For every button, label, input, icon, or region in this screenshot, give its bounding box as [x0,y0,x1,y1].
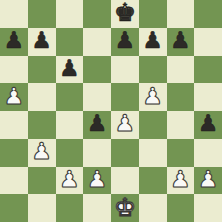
square-b8[interactable] [28,0,56,28]
square-e3[interactable] [111,139,139,167]
black-pawn[interactable]: ♟ [59,57,80,80]
square-d6[interactable] [83,56,111,84]
square-a2[interactable] [0,167,28,195]
square-b2[interactable] [28,167,56,195]
square-f8[interactable] [139,0,167,28]
square-b4[interactable] [28,111,56,139]
square-d5[interactable] [83,83,111,111]
black-pawn[interactable]: ♟ [31,29,52,52]
black-pawn[interactable]: ♟ [115,29,136,52]
square-f1[interactable] [139,194,167,222]
square-e8[interactable]: ♚ [111,0,139,28]
square-c5[interactable] [56,83,84,111]
square-b5[interactable] [28,83,56,111]
square-d4[interactable]: ♟ [83,111,111,139]
square-c2[interactable]: ♟ [56,167,84,195]
black-pawn[interactable]: ♟ [87,112,108,135]
square-c6[interactable]: ♟ [56,56,84,84]
square-g3[interactable] [167,139,195,167]
white-pawn[interactable]: ♟ [59,168,80,191]
square-d2[interactable]: ♟ [83,167,111,195]
square-f2[interactable] [139,167,167,195]
square-g4[interactable] [167,111,195,139]
square-f5[interactable]: ♟ [139,83,167,111]
chess-board: ♚♟♟♟♟♟♟♟♟♟♟♟♟♟♟♟♟♚ [0,0,222,222]
white-pawn[interactable]: ♟ [142,85,163,108]
white-pawn[interactable]: ♟ [198,168,219,191]
square-h4[interactable]: ♟ [194,111,222,139]
square-h8[interactable] [194,0,222,28]
black-pawn[interactable]: ♟ [198,112,219,135]
square-a7[interactable]: ♟ [0,28,28,56]
white-pawn[interactable]: ♟ [87,168,108,191]
square-b3[interactable]: ♟ [28,139,56,167]
square-a4[interactable] [0,111,28,139]
white-pawn[interactable]: ♟ [170,168,191,191]
square-b7[interactable]: ♟ [28,28,56,56]
square-g6[interactable] [167,56,195,84]
black-pawn[interactable]: ♟ [4,29,25,52]
square-g1[interactable] [167,194,195,222]
square-d7[interactable] [83,28,111,56]
square-h6[interactable] [194,56,222,84]
square-a6[interactable] [0,56,28,84]
square-g8[interactable] [167,0,195,28]
white-pawn[interactable]: ♟ [115,112,136,135]
square-e5[interactable] [111,83,139,111]
square-f7[interactable]: ♟ [139,28,167,56]
square-a8[interactable] [0,0,28,28]
square-e4[interactable]: ♟ [111,111,139,139]
square-a3[interactable] [0,139,28,167]
square-c7[interactable] [56,28,84,56]
black-pawn[interactable]: ♟ [142,29,163,52]
square-d1[interactable] [83,194,111,222]
square-e1[interactable]: ♚ [111,194,139,222]
square-b6[interactable] [28,56,56,84]
square-f3[interactable] [139,139,167,167]
square-g2[interactable]: ♟ [167,167,195,195]
square-a1[interactable] [0,194,28,222]
square-e2[interactable] [111,167,139,195]
square-e7[interactable]: ♟ [111,28,139,56]
square-d8[interactable] [83,0,111,28]
square-c1[interactable] [56,194,84,222]
square-h1[interactable] [194,194,222,222]
black-pawn[interactable]: ♟ [170,29,191,52]
square-f4[interactable] [139,111,167,139]
white-pawn[interactable]: ♟ [4,85,25,108]
square-g5[interactable] [167,83,195,111]
square-c8[interactable] [56,0,84,28]
square-c4[interactable] [56,111,84,139]
square-f6[interactable] [139,56,167,84]
square-b1[interactable] [28,194,56,222]
square-c3[interactable] [56,139,84,167]
square-h2[interactable]: ♟ [194,167,222,195]
square-h3[interactable] [194,139,222,167]
white-pawn[interactable]: ♟ [31,140,52,163]
square-d3[interactable] [83,139,111,167]
square-h7[interactable] [194,28,222,56]
square-e6[interactable] [111,56,139,84]
square-h5[interactable] [194,83,222,111]
square-g7[interactable]: ♟ [167,28,195,56]
black-king[interactable]: ♚ [114,0,136,25]
white-king[interactable]: ♚ [114,195,136,220]
square-a5[interactable]: ♟ [0,83,28,111]
